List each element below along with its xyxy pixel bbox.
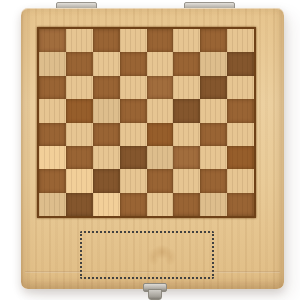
clasp [143,283,165,299]
square-f7 [173,52,200,75]
square-a8 [39,29,66,52]
engraved-logo-icon [146,244,178,265]
square-e7 [147,52,174,75]
square-f4 [173,123,200,146]
chess-box [21,8,284,289]
square-h2 [227,169,254,192]
square-d6 [120,76,147,99]
square-g7 [200,52,227,75]
square-g5 [200,99,227,122]
square-g3 [200,146,227,169]
square-b2 [66,169,93,192]
square-g8 [200,29,227,52]
square-f8 [173,29,200,52]
square-a7 [39,52,66,75]
square-a3 [39,146,66,169]
square-a2 [39,169,66,192]
square-b3 [66,146,93,169]
square-e4 [147,123,174,146]
square-e2 [147,169,174,192]
square-f5 [173,99,200,122]
square-g2 [200,169,227,192]
square-g6 [200,76,227,99]
square-d5 [120,99,147,122]
square-d7 [120,52,147,75]
square-g4 [200,123,227,146]
square-e1 [147,193,174,216]
square-c2 [93,169,120,192]
square-c4 [93,123,120,146]
lid-seam [25,271,280,273]
square-c8 [93,29,120,52]
square-g1 [200,193,227,216]
product-photo [0,0,300,300]
square-b4 [66,123,93,146]
square-h5 [227,99,254,122]
square-e8 [147,29,174,52]
board-grid [39,29,254,216]
clasp-tongue [148,289,162,300]
square-b1 [66,193,93,216]
square-b7 [66,52,93,75]
square-h7 [227,52,254,75]
square-h4 [227,123,254,146]
square-a4 [39,123,66,146]
square-c7 [93,52,120,75]
square-b6 [66,76,93,99]
square-c1 [93,193,120,216]
square-a6 [39,76,66,99]
square-f1 [173,193,200,216]
square-a1 [39,193,66,216]
square-d8 [120,29,147,52]
square-c5 [93,99,120,122]
square-h1 [227,193,254,216]
square-c3 [93,146,120,169]
square-e5 [147,99,174,122]
square-e6 [147,76,174,99]
square-f3 [173,146,200,169]
square-d2 [120,169,147,192]
square-h6 [227,76,254,99]
square-f6 [173,76,200,99]
square-e3 [147,146,174,169]
square-f2 [173,169,200,192]
square-h8 [227,29,254,52]
square-d1 [120,193,147,216]
square-h3 [227,146,254,169]
chessboard [37,27,256,218]
square-d4 [120,123,147,146]
square-b5 [66,99,93,122]
square-b8 [66,29,93,52]
square-c6 [93,76,120,99]
square-d3 [120,146,147,169]
square-a5 [39,99,66,122]
